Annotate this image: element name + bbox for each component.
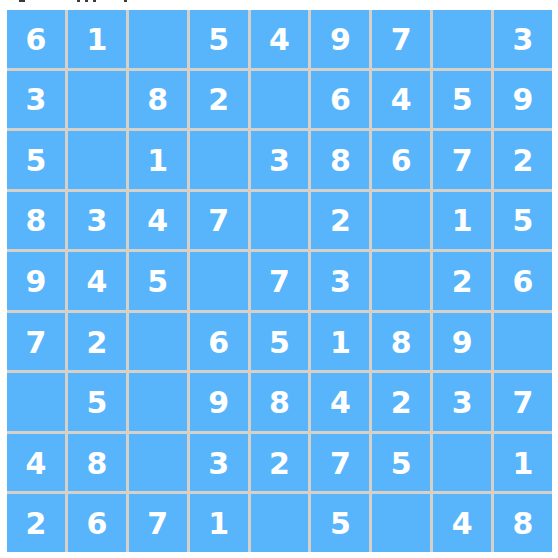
cell-r3c8[interactable]: 7 (433, 131, 491, 189)
cell-r2c2[interactable] (68, 71, 126, 129)
digit: 4 (86, 267, 107, 297)
cell-r8c3[interactable] (129, 434, 187, 492)
cell-r7c1[interactable] (7, 373, 65, 431)
cell-r6c9[interactable] (494, 313, 552, 371)
digit: 7 (513, 388, 534, 418)
cell-r9c9[interactable]: 8 (494, 494, 552, 552)
cell-r3c7[interactable]: 6 (372, 131, 430, 189)
digit: 4 (452, 509, 473, 539)
cell-r9c6[interactable]: 5 (311, 494, 369, 552)
cell-r6c5[interactable]: 5 (251, 313, 309, 371)
digit: 5 (452, 85, 473, 115)
digit: 6 (26, 25, 47, 55)
digit: 2 (86, 328, 107, 358)
cell-r3c1[interactable]: 5 (7, 131, 65, 189)
screenshot-root: 6154973382645951386728347215945732672651… (0, 0, 558, 558)
digit: 5 (147, 267, 168, 297)
digit: 2 (391, 388, 412, 418)
digit: 6 (391, 146, 412, 176)
digit: 5 (330, 509, 351, 539)
digit: 2 (330, 206, 351, 236)
digit: 9 (452, 328, 473, 358)
digit: 3 (269, 146, 290, 176)
digit: 8 (26, 206, 47, 236)
digit: 1 (452, 206, 473, 236)
cell-r3c5[interactable]: 3 (251, 131, 309, 189)
digit: 8 (513, 509, 534, 539)
cell-r3c2[interactable] (68, 131, 126, 189)
cell-r4c7[interactable] (372, 192, 430, 250)
cell-r4c4[interactable]: 7 (190, 192, 248, 250)
digit: 1 (147, 146, 168, 176)
cropped-text-mark (93, 0, 96, 2)
digit: 3 (208, 449, 229, 479)
digit: 5 (513, 206, 534, 236)
cropped-text-mark (19, 0, 25, 2)
cell-r1c8[interactable] (433, 10, 491, 68)
cell-r8c8[interactable] (433, 434, 491, 492)
cropped-text-mark (124, 0, 127, 2)
cell-r7c8[interactable]: 3 (433, 373, 491, 431)
digit: 8 (269, 388, 290, 418)
digit: 3 (86, 206, 107, 236)
cell-r1c3[interactable] (129, 10, 187, 68)
cell-r8c6[interactable]: 7 (311, 434, 369, 492)
cell-r7c2[interactable]: 5 (68, 373, 126, 431)
cell-r6c7[interactable]: 8 (372, 313, 430, 371)
digit: 7 (147, 509, 168, 539)
cell-r4c9[interactable]: 5 (494, 192, 552, 250)
cell-r1c4[interactable]: 5 (190, 10, 248, 68)
cell-r3c9[interactable]: 2 (494, 131, 552, 189)
digit: 5 (86, 388, 107, 418)
cell-r6c1[interactable]: 7 (7, 313, 65, 371)
cell-r9c1[interactable]: 2 (7, 494, 65, 552)
digit: 3 (330, 267, 351, 297)
cell-r8c2[interactable]: 8 (68, 434, 126, 492)
cell-r4c3[interactable]: 4 (129, 192, 187, 250)
cell-r2c8[interactable]: 5 (433, 71, 491, 129)
digit: 8 (330, 146, 351, 176)
digit: 7 (452, 146, 473, 176)
cell-r5c5[interactable]: 7 (251, 252, 309, 310)
cell-r6c4[interactable]: 6 (190, 313, 248, 371)
cell-r5c7[interactable] (372, 252, 430, 310)
cell-r4c1[interactable]: 8 (7, 192, 65, 250)
digit: 3 (452, 388, 473, 418)
cell-r9c4[interactable]: 1 (190, 494, 248, 552)
digit: 5 (208, 25, 229, 55)
digit: 1 (330, 328, 351, 358)
cell-r9c5[interactable] (251, 494, 309, 552)
cell-r9c8[interactable]: 4 (433, 494, 491, 552)
digit: 7 (26, 328, 47, 358)
cell-r6c3[interactable] (129, 313, 187, 371)
cell-r6c8[interactable]: 9 (433, 313, 491, 371)
digit: 6 (513, 267, 534, 297)
cell-r3c4[interactable] (190, 131, 248, 189)
cell-r6c6[interactable]: 1 (311, 313, 369, 371)
sudoku-board: 6154973382645951386728347215945732672651… (7, 10, 552, 552)
cell-r7c5[interactable]: 8 (251, 373, 309, 431)
cell-r5c8[interactable]: 2 (433, 252, 491, 310)
digit: 8 (86, 449, 107, 479)
cell-r4c8[interactable]: 1 (433, 192, 491, 250)
digit: 9 (26, 267, 47, 297)
cell-r5c1[interactable]: 9 (7, 252, 65, 310)
cell-r7c9[interactable]: 7 (494, 373, 552, 431)
digit: 4 (26, 449, 47, 479)
digit: 3 (513, 25, 534, 55)
cell-r8c5[interactable]: 2 (251, 434, 309, 492)
cell-r6c2[interactable]: 2 (68, 313, 126, 371)
cell-r9c3[interactable]: 7 (129, 494, 187, 552)
digit: 1 (86, 25, 107, 55)
digit: 2 (513, 146, 534, 176)
cell-r1c1[interactable]: 6 (7, 10, 65, 68)
digit: 6 (86, 509, 107, 539)
digit: 7 (391, 25, 412, 55)
digit: 2 (269, 449, 290, 479)
cell-r1c2[interactable]: 1 (68, 10, 126, 68)
cell-r8c4[interactable]: 3 (190, 434, 248, 492)
digit: 1 (513, 449, 534, 479)
digit: 5 (269, 328, 290, 358)
cell-r4c2[interactable]: 3 (68, 192, 126, 250)
cell-r2c7[interactable]: 4 (372, 71, 430, 129)
cell-r5c2[interactable]: 4 (68, 252, 126, 310)
cropped-text-mark (85, 0, 88, 2)
digit: 8 (391, 328, 412, 358)
cell-r8c9[interactable]: 1 (494, 434, 552, 492)
cell-r2c3[interactable]: 8 (129, 71, 187, 129)
cell-r2c5[interactable] (251, 71, 309, 129)
cell-r2c9[interactable]: 9 (494, 71, 552, 129)
cell-r8c1[interactable]: 4 (7, 434, 65, 492)
cell-r5c9[interactable]: 6 (494, 252, 552, 310)
digit: 7 (330, 449, 351, 479)
digit: 6 (208, 328, 229, 358)
digit: 7 (208, 206, 229, 236)
cell-r3c3[interactable]: 1 (129, 131, 187, 189)
cell-r1c7[interactable]: 7 (372, 10, 430, 68)
digit: 4 (269, 25, 290, 55)
cell-r7c4[interactable]: 9 (190, 373, 248, 431)
digit: 2 (452, 267, 473, 297)
cell-r1c5[interactable]: 4 (251, 10, 309, 68)
cell-r2c6[interactable]: 6 (311, 71, 369, 129)
cell-r5c3[interactable]: 5 (129, 252, 187, 310)
cell-r1c6[interactable]: 9 (311, 10, 369, 68)
digit: 6 (330, 85, 351, 115)
cell-r1c9[interactable]: 3 (494, 10, 552, 68)
digit: 4 (147, 206, 168, 236)
cell-r2c4[interactable]: 2 (190, 71, 248, 129)
cell-r8c7[interactable]: 5 (372, 434, 430, 492)
cell-r7c7[interactable]: 2 (372, 373, 430, 431)
cell-r2c1[interactable]: 3 (7, 71, 65, 129)
digit: 5 (26, 146, 47, 176)
cell-r9c2[interactable]: 6 (68, 494, 126, 552)
digit: 4 (330, 388, 351, 418)
cell-r4c5[interactable] (251, 192, 309, 250)
digit: 9 (513, 85, 534, 115)
digit: 3 (26, 85, 47, 115)
digit: 9 (330, 25, 351, 55)
cell-r5c6[interactable]: 3 (311, 252, 369, 310)
digit: 8 (147, 85, 168, 115)
cell-r7c6[interactable]: 4 (311, 373, 369, 431)
cell-r7c3[interactable] (129, 373, 187, 431)
cell-r9c7[interactable] (372, 494, 430, 552)
digit: 5 (391, 449, 412, 479)
digit: 2 (208, 85, 229, 115)
digit: 4 (391, 85, 412, 115)
cell-r3c6[interactable]: 8 (311, 131, 369, 189)
digit: 7 (269, 267, 290, 297)
digit: 1 (208, 509, 229, 539)
cell-r4c6[interactable]: 2 (311, 192, 369, 250)
digit: 2 (26, 509, 47, 539)
cropped-text-mark (77, 0, 80, 2)
cell-r5c4[interactable] (190, 252, 248, 310)
digit: 9 (208, 388, 229, 418)
